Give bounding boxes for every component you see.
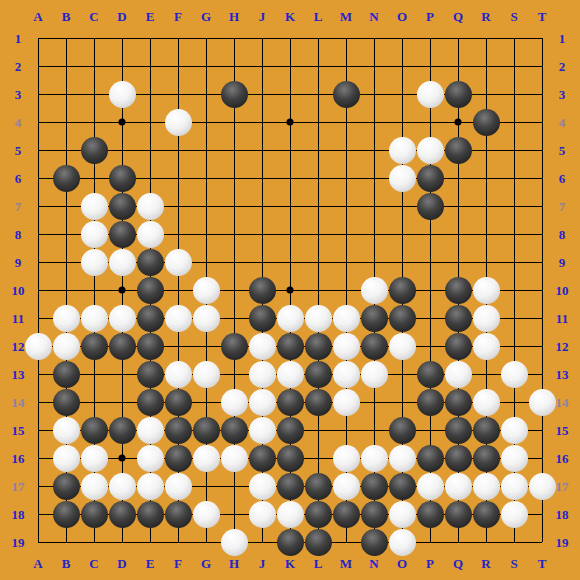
stone-white-J17 (249, 473, 276, 500)
stone-white-C8 (81, 221, 108, 248)
stone-black-N17 (361, 473, 388, 500)
stone-black-O11 (389, 305, 416, 332)
stone-black-D6 (109, 165, 136, 192)
stone-white-R17 (473, 473, 500, 500)
stone-white-D17 (109, 473, 136, 500)
stone-white-N13 (361, 361, 388, 388)
stone-white-R12 (473, 333, 500, 360)
stone-white-G11 (193, 305, 220, 332)
stone-white-Q17 (445, 473, 472, 500)
stone-white-F11 (165, 305, 192, 332)
stone-white-T14 (529, 389, 556, 416)
stone-black-E10 (137, 277, 164, 304)
stone-black-P14 (417, 389, 444, 416)
stone-black-C12 (81, 333, 108, 360)
stone-black-L18 (305, 501, 332, 528)
stone-white-B12 (53, 333, 80, 360)
stones-grid[interactable] (24, 24, 556, 556)
stone-white-R11 (473, 305, 500, 332)
stone-white-O16 (389, 445, 416, 472)
stone-black-P6 (417, 165, 444, 192)
stone-white-F13 (165, 361, 192, 388)
stone-white-A12 (25, 333, 52, 360)
stone-white-N10 (361, 277, 388, 304)
stone-black-D18 (109, 501, 136, 528)
stone-white-F17 (165, 473, 192, 500)
stone-white-C17 (81, 473, 108, 500)
stone-black-P13 (417, 361, 444, 388)
stone-white-Q13 (445, 361, 472, 388)
stone-white-L11 (305, 305, 332, 332)
stone-white-G16 (193, 445, 220, 472)
stone-black-P16 (417, 445, 444, 472)
stone-white-J12 (249, 333, 276, 360)
stone-white-C9 (81, 249, 108, 276)
stone-white-E17 (137, 473, 164, 500)
stone-black-H15 (221, 417, 248, 444)
stone-black-R18 (473, 501, 500, 528)
stone-white-S17 (501, 473, 528, 500)
stone-white-O5 (389, 137, 416, 164)
stone-black-K19 (277, 529, 304, 556)
stone-black-Q15 (445, 417, 472, 444)
stone-black-E13 (137, 361, 164, 388)
stone-white-H14 (221, 389, 248, 416)
stone-black-Q10 (445, 277, 472, 304)
stone-white-C16 (81, 445, 108, 472)
go-board: ABCDEFGHJKLMNOPQRST ABCDEFGHJKLMNOPQRST … (0, 0, 580, 580)
stone-white-K13 (277, 361, 304, 388)
stone-white-O6 (389, 165, 416, 192)
stone-white-S16 (501, 445, 528, 472)
stone-white-D11 (109, 305, 136, 332)
stone-white-D9 (109, 249, 136, 276)
stone-white-E15 (137, 417, 164, 444)
stone-white-G13 (193, 361, 220, 388)
stone-black-N12 (361, 333, 388, 360)
stone-black-J16 (249, 445, 276, 472)
stone-white-M12 (333, 333, 360, 360)
stone-black-O15 (389, 417, 416, 444)
stone-white-F4 (165, 109, 192, 136)
stone-black-E14 (137, 389, 164, 416)
stone-white-O12 (389, 333, 416, 360)
stone-black-K12 (277, 333, 304, 360)
stone-black-C5 (81, 137, 108, 164)
stone-black-Q3 (445, 81, 472, 108)
stone-black-L17 (305, 473, 332, 500)
stone-black-F15 (165, 417, 192, 444)
stone-black-L14 (305, 389, 332, 416)
stone-black-K16 (277, 445, 304, 472)
stone-black-N18 (361, 501, 388, 528)
stone-black-L19 (305, 529, 332, 556)
stone-black-D12 (109, 333, 136, 360)
stone-white-K11 (277, 305, 304, 332)
stone-white-M16 (333, 445, 360, 472)
stone-white-M13 (333, 361, 360, 388)
stone-black-M3 (333, 81, 360, 108)
stone-black-D15 (109, 417, 136, 444)
stone-white-P3 (417, 81, 444, 108)
stone-white-J13 (249, 361, 276, 388)
stone-black-N11 (361, 305, 388, 332)
stone-black-B18 (53, 501, 80, 528)
stone-black-Q11 (445, 305, 472, 332)
stone-black-B6 (53, 165, 80, 192)
stone-black-Q14 (445, 389, 472, 416)
stone-black-B17 (53, 473, 80, 500)
stone-black-Q5 (445, 137, 472, 164)
stone-white-S15 (501, 417, 528, 444)
stone-white-J14 (249, 389, 276, 416)
stone-black-D7 (109, 193, 136, 220)
stone-black-F14 (165, 389, 192, 416)
stone-white-M17 (333, 473, 360, 500)
stone-white-G18 (193, 501, 220, 528)
stone-black-R16 (473, 445, 500, 472)
stone-black-E12 (137, 333, 164, 360)
stone-black-M18 (333, 501, 360, 528)
stone-black-K17 (277, 473, 304, 500)
stone-black-J10 (249, 277, 276, 304)
stone-white-R10 (473, 277, 500, 304)
stone-black-F18 (165, 501, 192, 528)
stone-white-B16 (53, 445, 80, 472)
stone-white-E7 (137, 193, 164, 220)
stone-white-H16 (221, 445, 248, 472)
stone-white-K18 (277, 501, 304, 528)
stone-black-K14 (277, 389, 304, 416)
stone-white-C7 (81, 193, 108, 220)
stone-white-T17 (529, 473, 556, 500)
stone-white-G10 (193, 277, 220, 304)
stone-white-N16 (361, 445, 388, 472)
stone-white-F9 (165, 249, 192, 276)
stone-white-O18 (389, 501, 416, 528)
stone-black-O10 (389, 277, 416, 304)
stone-white-J18 (249, 501, 276, 528)
stone-white-B15 (53, 417, 80, 444)
stone-black-G15 (193, 417, 220, 444)
stone-black-F16 (165, 445, 192, 472)
stone-black-L12 (305, 333, 332, 360)
stone-white-O19 (389, 529, 416, 556)
stone-black-Q16 (445, 445, 472, 472)
stone-black-H3 (221, 81, 248, 108)
stone-black-P7 (417, 193, 444, 220)
stone-black-E9 (137, 249, 164, 276)
stone-white-J15 (249, 417, 276, 444)
stone-white-C11 (81, 305, 108, 332)
stone-black-E11 (137, 305, 164, 332)
stone-black-D8 (109, 221, 136, 248)
stone-white-P5 (417, 137, 444, 164)
stone-white-S13 (501, 361, 528, 388)
stone-black-E18 (137, 501, 164, 528)
stone-white-B11 (53, 305, 80, 332)
stone-black-C15 (81, 417, 108, 444)
stone-black-Q18 (445, 501, 472, 528)
stone-white-M14 (333, 389, 360, 416)
stone-black-C18 (81, 501, 108, 528)
stone-black-H12 (221, 333, 248, 360)
stone-white-S18 (501, 501, 528, 528)
stone-white-P17 (417, 473, 444, 500)
stone-black-B13 (53, 361, 80, 388)
stone-white-R14 (473, 389, 500, 416)
stone-black-K15 (277, 417, 304, 444)
stone-black-Q12 (445, 333, 472, 360)
stone-black-J11 (249, 305, 276, 332)
stone-black-L13 (305, 361, 332, 388)
stone-black-R4 (473, 109, 500, 136)
stone-black-P18 (417, 501, 444, 528)
stone-white-M11 (333, 305, 360, 332)
stone-black-R15 (473, 417, 500, 444)
stone-white-H19 (221, 529, 248, 556)
stone-white-E16 (137, 445, 164, 472)
stone-white-E8 (137, 221, 164, 248)
stone-black-O17 (389, 473, 416, 500)
stone-black-N19 (361, 529, 388, 556)
stone-white-D3 (109, 81, 136, 108)
stone-black-B14 (53, 389, 80, 416)
